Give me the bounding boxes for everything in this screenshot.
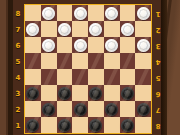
square-c3[interactable]	[57, 85, 73, 101]
square-c6	[57, 37, 73, 53]
rank-label-left: 6	[13, 38, 23, 54]
white-checker-piece[interactable]	[42, 39, 55, 52]
white-checker-piece[interactable]	[105, 7, 118, 20]
square-f2[interactable]	[104, 101, 120, 117]
white-checker-piece[interactable]	[89, 23, 102, 36]
square-a4	[25, 69, 41, 85]
white-checker-piece[interactable]	[137, 7, 150, 20]
board-grid	[25, 5, 151, 133]
square-a6	[25, 37, 41, 53]
black-checker-piece[interactable]	[105, 103, 118, 116]
square-f1	[104, 117, 120, 133]
square-g2	[120, 101, 136, 117]
square-e7[interactable]	[88, 21, 104, 37]
rank-label-right: 4	[153, 54, 163, 70]
white-checker-piece[interactable]	[105, 39, 118, 52]
rank-label-right: 8	[153, 118, 163, 134]
file-label: b	[41, 134, 57, 135]
square-a5[interactable]	[25, 53, 41, 69]
white-checker-piece[interactable]	[137, 39, 150, 52]
square-g8	[120, 5, 136, 21]
rank-label-right: 1	[153, 6, 163, 22]
square-c2	[57, 101, 73, 117]
square-b1	[41, 117, 57, 133]
rank-label-right: 3	[153, 38, 163, 54]
checkers-game-scene: 87654321 12345678 abcdefgh	[0, 0, 180, 135]
square-a3[interactable]	[25, 85, 41, 101]
black-checker-piece[interactable]	[58, 87, 71, 100]
square-g1[interactable]	[120, 117, 136, 133]
rank-label-right: 5	[153, 70, 163, 86]
square-b2[interactable]	[41, 101, 57, 117]
square-g4	[120, 69, 136, 85]
table-background-right	[167, 0, 180, 135]
square-c8	[57, 5, 73, 21]
rank-label-left: 1	[13, 118, 23, 134]
checkers-board	[24, 4, 152, 134]
square-e2	[88, 101, 104, 117]
square-f3	[104, 85, 120, 101]
white-checker-piece[interactable]	[42, 7, 55, 20]
square-a1[interactable]	[25, 117, 41, 133]
white-checker-piece[interactable]	[26, 23, 39, 36]
square-d8[interactable]	[72, 5, 88, 21]
square-h2[interactable]	[135, 101, 151, 117]
black-checker-piece[interactable]	[89, 87, 102, 100]
square-b6[interactable]	[41, 37, 57, 53]
square-b3	[41, 85, 57, 101]
square-e1[interactable]	[88, 117, 104, 133]
square-e5[interactable]	[88, 53, 104, 69]
black-checker-piece[interactable]	[26, 87, 39, 100]
file-label: d	[73, 134, 89, 135]
rank-label-right: 2	[153, 22, 163, 38]
rank-label-left: 5	[13, 54, 23, 70]
square-d4[interactable]	[72, 69, 88, 85]
square-d7	[72, 21, 88, 37]
square-h5	[135, 53, 151, 69]
wood-grain-line	[167, 0, 172, 135]
square-h4[interactable]	[135, 69, 151, 85]
table-background-left	[0, 0, 13, 135]
black-checker-piece[interactable]	[121, 87, 134, 100]
square-h3	[135, 85, 151, 101]
square-d6[interactable]	[72, 37, 88, 53]
square-d1	[72, 117, 88, 133]
rank-label-right: 6	[153, 86, 163, 102]
file-label: h	[136, 134, 152, 135]
file-label: a	[26, 134, 42, 135]
square-d5	[72, 53, 88, 69]
rank-label-left: 8	[13, 6, 23, 22]
file-label: f	[104, 134, 120, 135]
square-h7	[135, 21, 151, 37]
white-checker-piece[interactable]	[74, 39, 87, 52]
rank-label-left: 2	[13, 102, 23, 118]
square-b8[interactable]	[41, 5, 57, 21]
square-c4	[57, 69, 73, 85]
file-label: g	[120, 134, 136, 135]
square-e8	[88, 5, 104, 21]
square-f6[interactable]	[104, 37, 120, 53]
rank-label-left: 3	[13, 86, 23, 102]
square-g3[interactable]	[120, 85, 136, 101]
square-b5	[41, 53, 57, 69]
square-a8	[25, 5, 41, 21]
square-h6[interactable]	[135, 37, 151, 53]
square-g7[interactable]	[120, 21, 136, 37]
square-c5[interactable]	[57, 53, 73, 69]
square-e6	[88, 37, 104, 53]
rank-label-left: 4	[13, 70, 23, 86]
black-checker-piece[interactable]	[26, 119, 39, 132]
square-b4[interactable]	[41, 69, 57, 85]
black-checker-piece[interactable]	[58, 119, 71, 132]
square-e4	[88, 69, 104, 85]
square-g5[interactable]	[120, 53, 136, 69]
square-c1[interactable]	[57, 117, 73, 133]
rank-label-right: 7	[153, 102, 163, 118]
square-f5	[104, 53, 120, 69]
square-f8[interactable]	[104, 5, 120, 21]
white-checker-piece[interactable]	[121, 23, 134, 36]
square-h8[interactable]	[135, 5, 151, 21]
white-checker-piece[interactable]	[58, 23, 71, 36]
black-checker-piece[interactable]	[42, 103, 55, 116]
black-checker-piece[interactable]	[121, 119, 134, 132]
square-d2[interactable]	[72, 101, 88, 117]
square-d3	[72, 85, 88, 101]
file-label: e	[89, 134, 105, 135]
square-a7[interactable]	[25, 21, 41, 37]
rank-label-left: 7	[13, 22, 23, 38]
square-f4[interactable]	[104, 69, 120, 85]
black-checker-piece[interactable]	[137, 103, 150, 116]
black-checker-piece[interactable]	[74, 103, 87, 116]
square-c7[interactable]	[57, 21, 73, 37]
square-h1	[135, 117, 151, 133]
black-checker-piece[interactable]	[89, 119, 102, 132]
square-a2	[25, 101, 41, 117]
square-e3[interactable]	[88, 85, 104, 101]
file-label: c	[57, 134, 73, 135]
square-g6	[120, 37, 136, 53]
square-f7	[104, 21, 120, 37]
square-b7	[41, 21, 57, 37]
white-checker-piece[interactable]	[74, 7, 87, 20]
